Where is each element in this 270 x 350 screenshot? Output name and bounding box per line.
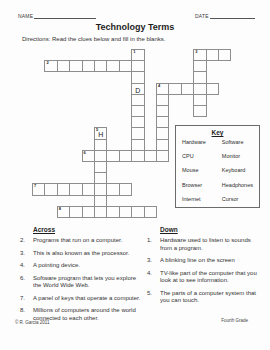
crossword-cell[interactable] <box>119 183 132 195</box>
crossword-cell[interactable] <box>82 60 95 72</box>
crossword-cell[interactable] <box>131 206 144 218</box>
key-word: Internet <box>182 196 206 202</box>
crossword-cell[interactable] <box>119 206 132 218</box>
clue-item: 2. Programs that run on a computer. <box>20 237 144 245</box>
clue-item: 3. A blinking line on the screen <box>147 257 263 265</box>
name-label: NAME <box>18 13 33 19</box>
crossword-cell[interactable] <box>94 60 107 72</box>
copyright-text: © R. Garcia 2011 <box>15 320 50 325</box>
crossword-cell[interactable] <box>106 150 119 162</box>
clue-text: Software program that lets you explore t… <box>29 275 144 290</box>
crossword-cell[interactable] <box>193 105 206 117</box>
date-field: DATE <box>195 13 255 19</box>
clue-number: 1 <box>133 50 135 54</box>
clue-text: A pointing device. <box>29 262 144 270</box>
crossword-cell[interactable]: 7 <box>32 183 45 195</box>
crossword-cell[interactable] <box>206 49 219 61</box>
page-title: Technology Terms <box>0 22 270 32</box>
clue-text: TV-like part of the computer that you lo… <box>156 270 262 285</box>
clue-item: 4. A pointing device. <box>20 262 144 270</box>
directions-text: Directions: Read the clues below and fil… <box>22 36 165 42</box>
crossword-cell[interactable] <box>218 49 231 61</box>
clue-number: 8 <box>59 207 61 211</box>
key-word: Keyboard <box>222 167 253 173</box>
crossword-cell[interactable] <box>82 206 95 218</box>
crossword-cell[interactable] <box>206 83 219 95</box>
key-word: Browser <box>182 182 206 188</box>
clue-item: 1. Hardware used to listen to sounds fro… <box>147 237 263 252</box>
across-title: Across <box>33 226 144 233</box>
crossword-cell[interactable] <box>156 150 169 162</box>
crossword-cell[interactable] <box>57 60 70 72</box>
key-word: Software <box>222 139 253 145</box>
clue-number-label: 7. <box>20 295 29 303</box>
crossword-cell[interactable] <box>144 206 157 218</box>
clue-text: A blinking line on the screen <box>156 257 262 265</box>
crossword-cell[interactable] <box>168 83 181 95</box>
date-blank-line[interactable] <box>210 13 255 19</box>
key-word: Headphones <box>222 182 253 188</box>
clue-number: 6 <box>84 151 86 155</box>
crossword-cell[interactable] <box>69 183 82 195</box>
clue-number-label: 1. <box>147 237 156 252</box>
clue-number-label: 4. <box>20 262 29 270</box>
crossword-cell[interactable] <box>119 60 132 72</box>
crossword-cell[interactable]: 6 <box>82 150 95 162</box>
clue-number-label: 4. <box>147 270 156 285</box>
clue-item: 6. Software program that lets you explor… <box>20 275 144 290</box>
clue-text: Hardware used to listen to sounds from a… <box>156 237 262 252</box>
clue-number-label: 2. <box>20 237 29 245</box>
name-blank-line[interactable] <box>34 13 96 19</box>
down-clues: Down 1. Hardware used to listen to sound… <box>147 226 263 310</box>
clue-text: This is also known as the processor. <box>29 250 144 258</box>
clue-text: The parts of a computer system that you … <box>156 290 262 305</box>
clue-item: 3. This is also known as the processor. <box>20 250 144 258</box>
clue-number: 3 <box>195 50 197 54</box>
clue-number-label: 3. <box>147 257 156 265</box>
across-clues: Across 2. Programs that run on a compute… <box>20 226 144 327</box>
clue-text: A panel of keys that operate a computer. <box>29 295 144 303</box>
key-word: Mouse <box>182 167 206 173</box>
crossword-cell[interactable] <box>119 150 132 162</box>
date-label: DATE <box>195 13 209 19</box>
crossword-cell[interactable] <box>144 150 157 162</box>
clue-number: 2 <box>46 61 48 65</box>
crossword-cell[interactable] <box>106 206 119 218</box>
name-field: NAME <box>18 13 96 19</box>
crossword-cell[interactable] <box>69 60 82 72</box>
clue-number: 7 <box>34 184 36 188</box>
crossword-cell[interactable]: 2 <box>44 60 57 72</box>
crossword-cell[interactable]: 8 <box>57 206 70 218</box>
clue-number-label: 6. <box>20 275 29 290</box>
down-title: Down <box>160 226 263 233</box>
key-word: Cursor <box>222 196 253 202</box>
crossword-cell[interactable] <box>94 206 107 218</box>
key-word: Monitor <box>222 153 253 159</box>
key-title: Key <box>176 129 259 136</box>
crossword-cell[interactable] <box>131 150 144 162</box>
key-word: CPU <box>182 153 206 159</box>
crossword-cell[interactable] <box>106 60 119 72</box>
clue-number-label: 5. <box>147 290 156 305</box>
clue-number-label: 3. <box>20 250 29 258</box>
clue-text: Programs that run on a computer. <box>29 237 144 245</box>
crossword-cell[interactable] <box>57 183 70 195</box>
crossword-cell[interactable] <box>82 183 95 195</box>
clue-item: 7. A panel of keys that operate a comput… <box>20 295 144 303</box>
grade-label: Fourth Grade <box>221 318 248 323</box>
crossword-cell[interactable] <box>181 83 194 95</box>
crossword-cell[interactable] <box>44 183 57 195</box>
clue-item: 4. TV-like part of the computer that you… <box>147 270 263 285</box>
clue-number: 4 <box>158 84 160 88</box>
key-word: Hardware <box>182 139 206 145</box>
crossword-cell[interactable] <box>69 206 82 218</box>
key-box: Key Hardware CPU Mouse Browser Internet … <box>175 125 260 208</box>
crossword-cell[interactable] <box>106 183 119 195</box>
clue-item: 5. The parts of a computer system that y… <box>147 290 263 305</box>
